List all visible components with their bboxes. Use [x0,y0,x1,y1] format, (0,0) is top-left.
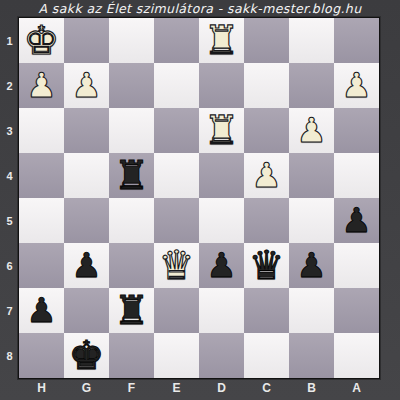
rank-label-4: 4 [0,153,19,198]
square-d3[interactable]: ♜ [199,108,244,153]
square-e4[interactable] [154,153,199,198]
black-pawn-h7: ♟ [26,288,56,333]
white-pawn-c4: ♟ [251,153,281,198]
square-c1[interactable] [244,18,289,63]
black-queen-c6: ♛ [249,243,285,288]
square-h6[interactable] [19,243,64,288]
white-pawn-b3: ♟ [296,108,326,153]
square-b5[interactable] [289,198,334,243]
square-f1[interactable] [109,18,154,63]
square-g3[interactable] [64,108,109,153]
square-f4[interactable]: ♜ [109,153,154,198]
square-g5[interactable] [64,198,109,243]
white-king-h1: ♚ [24,18,60,63]
square-d6[interactable]: ♟ [199,243,244,288]
file-label-h: H [19,380,64,400]
square-f2[interactable] [109,63,154,108]
square-h4[interactable] [19,153,64,198]
square-g4[interactable] [64,153,109,198]
rank-label-7: 7 [0,288,19,333]
title-text: A sakk az Élet szimulátora - sakk-mester… [0,0,400,18]
square-g2[interactable]: ♟ [64,63,109,108]
rank-label-8: 8 [0,333,19,378]
rank-labels: 12345678 [0,18,19,378]
square-h7[interactable]: ♟ [19,288,64,333]
square-c5[interactable] [244,198,289,243]
black-pawn-g6: ♟ [71,243,101,288]
white-pawn-a2: ♟ [341,63,371,108]
square-e6[interactable]: ♛ [154,243,199,288]
square-a5[interactable]: ♟ [334,198,379,243]
square-c2[interactable] [244,63,289,108]
window-frame: A sakk az Élet szimulátora - sakk-mester… [0,0,400,400]
black-rook-f4: ♜ [114,153,150,198]
square-f6[interactable] [109,243,154,288]
square-e2[interactable] [154,63,199,108]
square-c3[interactable] [244,108,289,153]
white-queen-e6: ♛ [159,243,195,288]
square-a3[interactable] [334,108,379,153]
square-b4[interactable] [289,153,334,198]
white-pawn-h2: ♟ [26,63,56,108]
square-b7[interactable] [289,288,334,333]
square-g6[interactable]: ♟ [64,243,109,288]
square-f8[interactable] [109,333,154,378]
square-b1[interactable] [289,18,334,63]
square-d5[interactable] [199,198,244,243]
square-g7[interactable] [64,288,109,333]
rank-label-3: 3 [0,108,19,153]
square-c7[interactable] [244,288,289,333]
black-pawn-b6: ♟ [296,243,326,288]
square-h2[interactable]: ♟ [19,63,64,108]
square-h1[interactable]: ♚ [19,18,64,63]
square-d1[interactable]: ♜ [199,18,244,63]
square-e1[interactable] [154,18,199,63]
square-g8[interactable]: ♚ [64,333,109,378]
square-e3[interactable] [154,108,199,153]
square-d4[interactable] [199,153,244,198]
square-b3[interactable]: ♟ [289,108,334,153]
file-label-f: F [109,380,154,400]
square-c6[interactable]: ♛ [244,243,289,288]
square-d2[interactable] [199,63,244,108]
chess-board: ♚♜♟♟♟♜♟♜♟♟♟♛♟♛♟♟♜♚ [19,18,379,378]
file-label-b: B [289,380,334,400]
file-label-c: C [244,380,289,400]
square-a7[interactable] [334,288,379,333]
rank-label-5: 5 [0,198,19,243]
file-label-d: D [199,380,244,400]
square-a8[interactable] [334,333,379,378]
square-a6[interactable] [334,243,379,288]
file-label-a: A [334,380,379,400]
black-pawn-d6: ♟ [206,243,236,288]
square-a1[interactable] [334,18,379,63]
black-pawn-a5: ♟ [341,198,371,243]
square-a2[interactable]: ♟ [334,63,379,108]
square-c8[interactable] [244,333,289,378]
square-e5[interactable] [154,198,199,243]
square-e7[interactable] [154,288,199,333]
square-g1[interactable] [64,18,109,63]
square-f3[interactable] [109,108,154,153]
white-pawn-g2: ♟ [71,63,101,108]
file-label-e: E [154,380,199,400]
black-rook-f7: ♜ [114,288,150,333]
square-a4[interactable] [334,153,379,198]
white-rook-d3: ♜ [204,108,240,153]
rank-label-1: 1 [0,18,19,63]
square-f5[interactable] [109,198,154,243]
square-b8[interactable] [289,333,334,378]
square-d8[interactable] [199,333,244,378]
square-h3[interactable] [19,108,64,153]
square-b2[interactable] [289,63,334,108]
square-h8[interactable] [19,333,64,378]
square-b6[interactable]: ♟ [289,243,334,288]
square-f7[interactable]: ♜ [109,288,154,333]
white-rook-d1: ♜ [204,18,240,63]
square-c4[interactable]: ♟ [244,153,289,198]
rank-label-2: 2 [0,63,19,108]
file-labels: HGFEDCBA [19,380,379,400]
square-h5[interactable] [19,198,64,243]
square-e8[interactable] [154,333,199,378]
square-d7[interactable] [199,288,244,333]
black-king-g8: ♚ [69,333,105,378]
file-label-g: G [64,380,109,400]
rank-label-6: 6 [0,243,19,288]
